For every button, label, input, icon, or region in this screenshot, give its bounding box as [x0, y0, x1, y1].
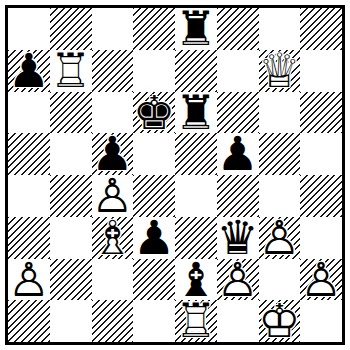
- piece-fill-underlay: ♛: [217, 217, 259, 259]
- square-h8[interactable]: [300, 8, 342, 50]
- square-e4[interactable]: [175, 175, 217, 217]
- piece-fill-underlay: ♚: [259, 300, 301, 342]
- piece-fill-underlay: ♝: [175, 259, 217, 301]
- square-a2[interactable]: ♟♙: [8, 259, 50, 301]
- piece-fill-underlay: ♟: [8, 50, 50, 92]
- square-d2[interactable]: [133, 259, 175, 301]
- square-g3[interactable]: ♟♙: [259, 217, 301, 259]
- square-g4[interactable]: [259, 175, 301, 217]
- piece-bP-a7: ♟: [8, 50, 50, 92]
- piece-wP-c4: ♙: [92, 175, 134, 217]
- square-f4[interactable]: [217, 175, 259, 217]
- chess-board: ♜♜♟♟♜♖♛♕♚♚♜♜♟♟♟♟♟♙♝♗♟♟♛♛♟♙♟♙♝♝♟♙♟♙♜♖♚♔: [8, 8, 342, 342]
- square-c3[interactable]: ♝♗: [92, 217, 134, 259]
- square-g1[interactable]: ♚♔: [259, 300, 301, 342]
- piece-wK-g1: ♔: [259, 300, 301, 342]
- square-b8[interactable]: [50, 8, 92, 50]
- square-d3[interactable]: ♟♟: [133, 217, 175, 259]
- square-g6[interactable]: [259, 92, 301, 134]
- piece-fill-underlay: ♟: [8, 259, 50, 301]
- piece-bR-e8: ♜: [175, 8, 217, 50]
- piece-wP-f2: ♙: [217, 259, 259, 301]
- piece-bK-d6: ♚: [133, 92, 175, 134]
- square-g2[interactable]: [259, 259, 301, 301]
- square-c5[interactable]: ♟♟: [92, 133, 134, 175]
- piece-fill-underlay: ♟: [92, 133, 134, 175]
- square-c7[interactable]: [92, 50, 134, 92]
- piece-bP-f5: ♟: [217, 133, 259, 175]
- square-d5[interactable]: [133, 133, 175, 175]
- chess-board-frame: ♜♜♟♟♜♖♛♕♚♚♜♜♟♟♟♟♟♙♝♗♟♟♛♛♟♙♟♙♝♝♟♙♟♙♜♖♚♔: [5, 5, 345, 345]
- square-f1[interactable]: [217, 300, 259, 342]
- piece-wR-e1: ♖: [175, 300, 217, 342]
- square-a3[interactable]: [8, 217, 50, 259]
- piece-bP-d3: ♟: [133, 217, 175, 259]
- square-a1[interactable]: [8, 300, 50, 342]
- square-b7[interactable]: ♜♖: [50, 50, 92, 92]
- square-c4[interactable]: ♟♙: [92, 175, 134, 217]
- piece-fill-underlay: ♟: [259, 217, 301, 259]
- piece-bR-e6: ♜: [175, 92, 217, 134]
- piece-wB-c3: ♗: [92, 217, 134, 259]
- piece-wP-a2: ♙: [8, 259, 50, 301]
- square-e1[interactable]: ♜♖: [175, 300, 217, 342]
- square-b3[interactable]: [50, 217, 92, 259]
- square-f8[interactable]: [217, 8, 259, 50]
- square-f2[interactable]: ♟♙: [217, 259, 259, 301]
- piece-fill-underlay: ♟: [300, 259, 342, 301]
- square-d7[interactable]: [133, 50, 175, 92]
- square-a8[interactable]: [8, 8, 50, 50]
- piece-fill-underlay: ♝: [92, 217, 134, 259]
- square-b4[interactable]: [50, 175, 92, 217]
- piece-wQ-g7: ♕: [259, 50, 301, 92]
- square-h5[interactable]: [300, 133, 342, 175]
- piece-fill-underlay: ♟: [217, 259, 259, 301]
- piece-fill-underlay: ♜: [50, 50, 92, 92]
- square-f7[interactable]: [217, 50, 259, 92]
- piece-wP-h2: ♙: [300, 259, 342, 301]
- square-b5[interactable]: [50, 133, 92, 175]
- square-h6[interactable]: [300, 92, 342, 134]
- square-c1[interactable]: [92, 300, 134, 342]
- square-e5[interactable]: [175, 133, 217, 175]
- square-g8[interactable]: [259, 8, 301, 50]
- square-a7[interactable]: ♟♟: [8, 50, 50, 92]
- piece-fill-underlay: ♚: [133, 92, 175, 134]
- square-d6[interactable]: ♚♚: [133, 92, 175, 134]
- piece-wP-g3: ♙: [259, 217, 301, 259]
- square-d1[interactable]: [133, 300, 175, 342]
- square-h3[interactable]: [300, 217, 342, 259]
- piece-bQ-f3: ♛: [217, 217, 259, 259]
- square-a6[interactable]: [8, 92, 50, 134]
- square-a5[interactable]: [8, 133, 50, 175]
- piece-fill-underlay: ♜: [175, 300, 217, 342]
- square-f6[interactable]: [217, 92, 259, 134]
- square-b6[interactable]: [50, 92, 92, 134]
- piece-bB-e2: ♝: [175, 259, 217, 301]
- square-e7[interactable]: [175, 50, 217, 92]
- piece-bP-c5: ♟: [92, 133, 134, 175]
- square-f3[interactable]: ♛♛: [217, 217, 259, 259]
- square-h1[interactable]: [300, 300, 342, 342]
- piece-fill-underlay: ♛: [259, 50, 301, 92]
- square-e6[interactable]: ♜♜: [175, 92, 217, 134]
- square-e8[interactable]: ♜♜: [175, 8, 217, 50]
- square-h2[interactable]: ♟♙: [300, 259, 342, 301]
- square-b2[interactable]: [50, 259, 92, 301]
- square-c8[interactable]: [92, 8, 134, 50]
- piece-fill-underlay: ♜: [175, 92, 217, 134]
- piece-fill-underlay: ♟: [92, 175, 134, 217]
- square-h4[interactable]: [300, 175, 342, 217]
- piece-fill-underlay: ♟: [133, 217, 175, 259]
- square-b1[interactable]: [50, 300, 92, 342]
- square-f5[interactable]: ♟♟: [217, 133, 259, 175]
- square-d4[interactable]: [133, 175, 175, 217]
- square-e2[interactable]: ♝♝: [175, 259, 217, 301]
- square-g7[interactable]: ♛♕: [259, 50, 301, 92]
- square-g5[interactable]: [259, 133, 301, 175]
- square-h7[interactable]: [300, 50, 342, 92]
- piece-fill-underlay: ♟: [217, 133, 259, 175]
- square-c2[interactable]: [92, 259, 134, 301]
- piece-fill-underlay: ♜: [175, 8, 217, 50]
- square-e3[interactable]: [175, 217, 217, 259]
- square-c6[interactable]: [92, 92, 134, 134]
- piece-wR-b7: ♖: [50, 50, 92, 92]
- square-d8[interactable]: [133, 8, 175, 50]
- square-a4[interactable]: [8, 175, 50, 217]
